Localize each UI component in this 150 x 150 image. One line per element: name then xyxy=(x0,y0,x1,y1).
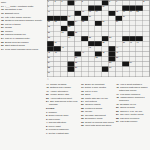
grid-cell xyxy=(54,31,60,36)
cell-number: 58 xyxy=(48,66,50,68)
grid-cell: 21 xyxy=(122,16,128,21)
cell-number: 41 xyxy=(136,41,138,43)
grid-cell: 15 xyxy=(116,11,122,16)
grid-cell xyxy=(129,21,135,26)
grid-cell xyxy=(136,67,142,72)
grid-cell xyxy=(143,62,149,67)
clue-item: 35. Went with great big steps xyxy=(81,124,114,127)
grid-cell xyxy=(129,26,135,31)
grid-cell xyxy=(143,67,149,72)
across-clues-left-column: hotel14. "___ Plata," Montana motto15. N… xyxy=(1,1,46,51)
grid-cell xyxy=(122,46,128,51)
grid-cell xyxy=(95,72,101,77)
grid-cell xyxy=(129,16,135,21)
grid-cell xyxy=(143,16,149,21)
grid-cell: 31 xyxy=(61,31,67,36)
cell-number: 49 xyxy=(116,51,118,53)
grid-cell xyxy=(109,21,115,26)
cell-number: 53 xyxy=(116,56,118,58)
grid-cell: 36 xyxy=(109,36,115,41)
grid-cell: 6 xyxy=(109,1,115,6)
crossword-page: hotel14. "___ Plata," Montana motto15. N… xyxy=(0,0,150,150)
grid-cell xyxy=(136,1,142,6)
clue-text: Google heading xyxy=(50,83,66,85)
grid-cell xyxy=(102,57,108,62)
grid-cell: 27 xyxy=(116,21,122,26)
grid-cell xyxy=(75,72,81,77)
cell-number: 25 xyxy=(82,21,84,23)
cell-number: 46 xyxy=(54,51,56,53)
grid-cell: 14 xyxy=(95,11,101,16)
grid-cell xyxy=(88,57,94,62)
grid-cell: 3 xyxy=(61,1,67,6)
grid-cell xyxy=(109,16,115,21)
grid-cell xyxy=(88,26,94,31)
grid-cell xyxy=(109,41,115,46)
cell-number: 22 xyxy=(48,21,50,23)
grid-cell xyxy=(75,6,81,11)
grid-cell xyxy=(122,26,128,31)
grid-cell xyxy=(75,36,81,41)
grid-cell xyxy=(116,31,122,36)
grid-cell xyxy=(68,41,74,46)
black-cell xyxy=(47,41,53,46)
grid-cell xyxy=(129,67,135,72)
grid-cell xyxy=(88,21,94,26)
grid-cell: 24 xyxy=(75,21,81,26)
grid-cell: 19 xyxy=(68,16,74,21)
grid-cell xyxy=(68,72,74,77)
grid-cell xyxy=(54,6,60,11)
clue-text: Result of rocking and rolling xyxy=(85,121,114,123)
clue-text: '60s down numbers xyxy=(120,93,140,95)
grid-cell xyxy=(54,26,60,31)
clue-text: Went with great big steps xyxy=(85,124,111,126)
grid-cell: 11 xyxy=(47,11,53,16)
cell-number: 47 xyxy=(82,51,84,53)
grid-cell xyxy=(88,62,94,67)
grid-cell: 57 xyxy=(129,62,135,67)
grid-cell xyxy=(109,26,115,31)
grid-cell xyxy=(122,67,128,72)
cell-number: 10 xyxy=(102,5,104,7)
cell-number: 59 xyxy=(75,66,77,68)
grid-cell xyxy=(136,72,142,77)
clue-text: Some college town xyxy=(49,114,69,116)
grid-cell xyxy=(136,21,142,26)
cell-number: 6 xyxy=(109,0,110,2)
grid-cell xyxy=(102,11,108,16)
grid-cell xyxy=(81,41,87,46)
grid-cell: 26 xyxy=(102,21,108,26)
grid-cell xyxy=(81,31,87,36)
grid-cell xyxy=(102,72,108,77)
grid-cell xyxy=(143,6,149,11)
black-cell xyxy=(95,21,101,26)
grid-cell xyxy=(122,52,128,57)
cell-number: 16 xyxy=(123,11,125,13)
clue-item: 61. Lab tests council xyxy=(116,120,149,123)
grid-cell xyxy=(95,36,101,41)
cell-number: 44 xyxy=(116,46,118,48)
grid-cell xyxy=(61,21,67,26)
cell-number: 31 xyxy=(61,31,63,33)
grid-cell xyxy=(61,6,67,11)
grid-cell: 38 xyxy=(102,41,108,46)
clue-text: Movie night xyxy=(49,125,61,127)
grid-cell xyxy=(136,31,142,36)
grid-cell xyxy=(116,26,122,31)
clue-text: hotel xyxy=(1,1,6,3)
clue-text: Teenage adornment xyxy=(85,114,106,116)
clue-text: Put on a throne xyxy=(5,23,21,25)
clue-text: Checks attention xyxy=(49,121,66,123)
grid-cell xyxy=(75,46,81,51)
clue-text: Has a great mistake? xyxy=(120,83,142,85)
clue-text: Neighbor of Fla. xyxy=(120,103,137,105)
cell-number: 61 xyxy=(48,72,50,74)
clue-text: Lecturer's sound xyxy=(85,107,102,109)
grid-cell: 42 xyxy=(61,46,67,51)
cell-number: 50 xyxy=(48,56,50,58)
grid-cell: 34 xyxy=(68,36,74,41)
cell-number: 24 xyxy=(75,21,77,23)
grid-cell xyxy=(81,72,87,77)
clue-text: Put in a pen xyxy=(85,90,97,92)
grid-cell xyxy=(95,62,101,67)
clue-text: Roswell xyxy=(49,111,57,113)
grid-cell xyxy=(143,31,149,36)
grid-cell xyxy=(122,21,128,26)
grid-cell xyxy=(88,72,94,77)
grid-cell: 12 xyxy=(81,11,87,16)
grid-cell xyxy=(95,46,101,51)
cell-number: 3 xyxy=(61,0,62,2)
clue-text: "Under Siege" star xyxy=(50,93,69,95)
grid-cell xyxy=(136,57,142,62)
cell-number: 32 xyxy=(75,31,77,33)
crossword-grid: 1234567891011121314151617181920212223242… xyxy=(47,0,150,77)
black-cell xyxy=(75,11,81,16)
grid-cell: 23 xyxy=(54,21,60,26)
grid-cell: 39 xyxy=(122,41,128,46)
grid-cell xyxy=(61,11,67,16)
cell-number: 9 xyxy=(48,5,49,7)
grid-cell: 59 xyxy=(75,67,81,72)
grid-cell xyxy=(81,62,87,67)
grid-cell xyxy=(122,57,128,62)
clue-text: RN's purse xyxy=(49,118,60,120)
clue-text: She was bound of the new package xyxy=(49,100,77,105)
cell-number: 52 xyxy=(95,56,97,58)
clue-text: Navigating a sail xyxy=(5,8,22,10)
grid-cell xyxy=(61,72,67,77)
cell-number: 28 xyxy=(48,26,50,28)
grid-cell xyxy=(61,67,67,72)
clue-text: Part of a Hawaiian hotel xyxy=(5,37,30,39)
grid-cell xyxy=(54,11,60,16)
clue-text: "___ Plata," Montana motto xyxy=(5,5,33,7)
black-cell xyxy=(81,36,87,41)
grid-cell: 18 xyxy=(136,11,142,16)
grid-cell: 37 xyxy=(54,41,60,46)
clue-item: 34. 1968 Janet Jackson gold record xyxy=(1,47,46,50)
grid-cell xyxy=(136,52,142,57)
clue-text: Notice a fake photo? xyxy=(85,86,106,88)
grid-cell xyxy=(102,26,108,31)
grid-cell xyxy=(143,72,149,77)
clue-text: Roads xyxy=(5,26,12,28)
grid-cell xyxy=(61,52,67,57)
grid-cell xyxy=(109,6,115,11)
clue-text: Shed xyxy=(85,93,90,95)
grid-cell: 53 xyxy=(116,57,122,62)
black-cell xyxy=(95,41,101,46)
grid-cell xyxy=(129,46,135,51)
grid-cell: 41 xyxy=(136,41,142,46)
clue-column-2: 10. Begin an important11. Notice a fake … xyxy=(81,82,114,127)
grid-cell xyxy=(95,31,101,36)
cell-number: 2 xyxy=(54,0,55,2)
grid-cell xyxy=(68,57,74,62)
grid-cell xyxy=(129,72,135,77)
black-cell xyxy=(61,16,67,21)
black-cell xyxy=(109,46,115,51)
clue-text: 1968 Janet Jackson gold record xyxy=(5,48,38,50)
cell-number: 57 xyxy=(130,61,132,63)
clue-column-3: 40. Has a great mistake?45. Famous water… xyxy=(116,82,149,123)
grid-cell xyxy=(61,36,67,41)
cell-number: 27 xyxy=(116,21,118,23)
grid-cell xyxy=(61,62,67,67)
black-cell xyxy=(68,67,74,72)
grid-cell: 40 xyxy=(129,41,135,46)
grid-cell xyxy=(143,36,149,41)
grid-cell xyxy=(143,41,149,46)
grid-cell xyxy=(143,21,149,26)
clue-text: Lab tests council xyxy=(120,120,137,122)
grid-cell: 48 xyxy=(102,52,108,57)
page-viewport: hotel14. "___ Plata," Montana motto15. N… xyxy=(0,0,150,150)
black-cell xyxy=(68,1,74,6)
grid-cell xyxy=(109,72,115,77)
cell-number: 29 xyxy=(68,26,70,28)
clue-text: Vassal farmer slipping a problem? xyxy=(119,96,145,101)
grid-cell: 20 xyxy=(88,16,94,21)
grid-cell xyxy=(61,57,67,62)
grid-cell xyxy=(143,26,149,31)
cell-number: 5 xyxy=(82,0,83,2)
cell-number: 39 xyxy=(123,41,125,43)
cell-number: 18 xyxy=(136,11,138,13)
grid-cell: 5 xyxy=(81,1,87,6)
clue-column-1-down: 1. Roswell2. Some college town3. RN's pu… xyxy=(46,110,79,134)
grid-cell: 32 xyxy=(75,31,81,36)
clue-text: Melody xyxy=(85,110,93,112)
grid-cell: 29 xyxy=(68,26,74,31)
black-cell xyxy=(109,52,115,57)
clue-text: Accelerated payment xyxy=(50,97,72,99)
grid-cell xyxy=(68,6,74,11)
grid-cell: 61 xyxy=(47,72,53,77)
clue-text: Nothing and 7 Noble xyxy=(50,86,71,88)
grid-cell: 33 xyxy=(47,36,53,41)
grid-cell xyxy=(54,67,60,72)
grid-cell xyxy=(136,16,142,21)
clue-text: Prepared casserole xyxy=(49,128,69,130)
grid-cell xyxy=(95,1,101,6)
clue-text: Get noticed xyxy=(85,100,97,102)
grid-cell: 52 xyxy=(95,57,101,62)
grid-cell: 46 xyxy=(54,52,60,57)
clue-text: Trouble xyxy=(5,30,13,32)
grid-cell xyxy=(116,67,122,72)
clue-text: The early-center forest xyxy=(120,113,143,115)
cell-number: 11 xyxy=(48,11,50,13)
grid-cell xyxy=(88,1,94,6)
black-cell xyxy=(102,67,108,72)
cell-number: 37 xyxy=(54,41,56,43)
grid-cell xyxy=(136,26,142,31)
black-cell xyxy=(68,62,74,67)
cell-number: 48 xyxy=(102,51,104,53)
grid-cell xyxy=(143,46,149,51)
grid-cell xyxy=(81,26,87,31)
grid-cell: 25 xyxy=(81,21,87,26)
cell-number: 26 xyxy=(102,21,104,23)
grid-cell: 2 xyxy=(54,1,60,6)
grid-cell xyxy=(122,1,128,6)
cell-number: 20 xyxy=(89,16,91,18)
grid-cell xyxy=(136,62,142,67)
clue-text: Beans from the garden xyxy=(5,41,29,43)
grid-cell xyxy=(129,52,135,57)
clue-item: 54. She was bound of the new package xyxy=(46,100,79,106)
grid-cell xyxy=(88,67,94,72)
cell-number: 23 xyxy=(54,21,56,23)
clue-item: 45. Famous waterways hidden within this … xyxy=(116,86,149,92)
grid-cell: 10 xyxy=(102,6,108,11)
cell-number: 8 xyxy=(143,0,144,2)
grid-cell xyxy=(75,41,81,46)
cell-number: 30 xyxy=(48,31,50,33)
grid-cell: 47 xyxy=(81,52,87,57)
clue-text: Decorative pillow xyxy=(85,117,103,119)
clue-text: Start without sound xyxy=(5,44,25,46)
grid-cell xyxy=(102,31,108,36)
clue-item: 7. On the Fastest disc xyxy=(46,131,79,134)
cell-number: 4 xyxy=(75,0,76,2)
clue-text: Famous musical trio xyxy=(5,33,26,35)
cell-number: 45 xyxy=(48,51,50,53)
grid-cell xyxy=(143,11,149,16)
cell-number: 40 xyxy=(130,41,132,43)
grid-cell xyxy=(129,31,135,36)
clue-text: James T. Kirk, for one xyxy=(120,110,143,112)
grid-cell xyxy=(102,62,108,67)
black-cell xyxy=(122,62,128,67)
cell-number: 14 xyxy=(95,11,97,13)
cell-number: 56 xyxy=(109,61,111,63)
cell-number: 34 xyxy=(68,36,70,38)
grid-cell xyxy=(88,52,94,57)
cell-number: 19 xyxy=(68,16,70,18)
cell-number: 12 xyxy=(82,11,84,13)
cell-number: 36 xyxy=(109,36,111,38)
grid-cell xyxy=(54,62,60,67)
grid-cell: 17 xyxy=(129,11,135,16)
clue-item: 48. Vassal farmer slipping a problem? xyxy=(116,96,149,102)
clue-text: Famous waterways hidden within this puzz… xyxy=(119,86,148,91)
cell-number: 42 xyxy=(61,46,63,48)
cell-number: 35 xyxy=(89,36,91,38)
grid-cell xyxy=(68,52,74,57)
grid-cell xyxy=(116,72,122,77)
clue-text: Lab from Liverpool xyxy=(120,117,139,119)
grid-cell xyxy=(136,46,142,51)
clue-text: Northern Mariana's Camden County xyxy=(5,19,42,21)
cell-number: 54 xyxy=(48,61,50,63)
clue-column-1: 44. Google heading45. Nothing and 7 Nobl… xyxy=(46,82,79,134)
grid-cell xyxy=(116,62,122,67)
clue-text: Basmati rice? xyxy=(5,12,19,14)
clue-text: Kitty Litter brand (maybe) xyxy=(5,16,31,18)
grid-cell: 60 xyxy=(109,67,115,72)
cell-number: 33 xyxy=(48,36,50,38)
black-cell xyxy=(109,11,115,16)
cell-number: 13 xyxy=(89,11,91,13)
grid-cell xyxy=(81,67,87,72)
cell-number: 7 xyxy=(116,0,117,2)
cell-number: 55 xyxy=(75,61,77,63)
grid-cell xyxy=(81,57,87,62)
grid-cell xyxy=(95,67,101,72)
cell-number: 21 xyxy=(123,16,125,18)
clue-text: Photo with wax on top xyxy=(85,97,108,99)
grid-cell xyxy=(68,46,74,51)
grid-cell: 8 xyxy=(143,1,149,6)
clue-column-1-across: 44. Google heading45. Nothing and 7 Nobl… xyxy=(46,82,79,106)
cell-number: 15 xyxy=(116,11,118,13)
grid-cell xyxy=(143,52,149,57)
grid-cell xyxy=(122,31,128,36)
grid-cell xyxy=(143,57,149,62)
clue-text: Chicken robot? xyxy=(85,103,101,105)
cell-number: 38 xyxy=(102,41,104,43)
grid-cell xyxy=(116,36,122,41)
grid-cell xyxy=(95,26,101,31)
cell-number: 17 xyxy=(130,11,132,13)
grid-cell: 7 xyxy=(116,1,122,6)
grid-cell: 43 xyxy=(88,46,94,51)
grid-cell xyxy=(54,72,60,77)
cell-number: 1 xyxy=(48,0,49,2)
grid-cell xyxy=(54,57,60,62)
grid-cell xyxy=(122,72,128,77)
copyright-line: © xyxy=(47,78,49,80)
grid-cell: 35 xyxy=(88,36,94,41)
clue-text: Begin an important xyxy=(85,83,105,85)
cell-number: 43 xyxy=(89,46,91,48)
clue-text: On the Fastest disc xyxy=(49,132,69,134)
clue-text: Opera of sorts xyxy=(120,106,135,108)
grid-cell xyxy=(95,16,101,21)
grid-cell: 4 xyxy=(75,1,81,6)
cell-number: 60 xyxy=(109,66,111,68)
cell-number: 51 xyxy=(75,56,77,58)
grid-cell xyxy=(129,1,135,6)
clue-text: Amber alternative xyxy=(50,90,68,92)
